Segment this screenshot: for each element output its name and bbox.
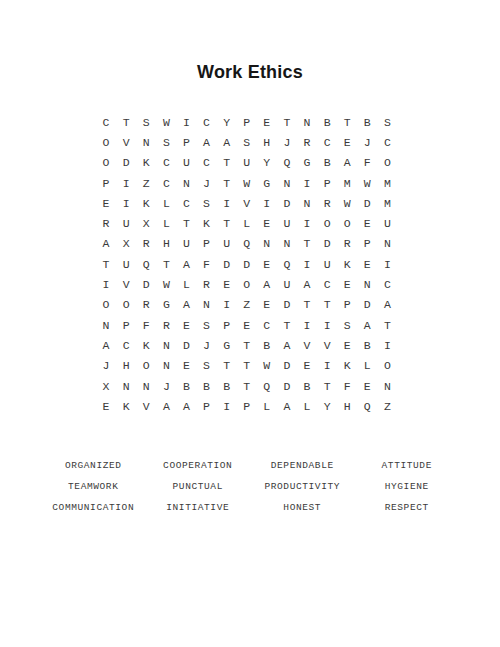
- grid-cell: P: [357, 234, 377, 254]
- grid-cell: D: [357, 295, 377, 315]
- grid-cell: E: [337, 335, 357, 355]
- grid-cell: I: [297, 213, 317, 233]
- grid-cell: D: [136, 274, 156, 294]
- grid-cell: R: [136, 295, 156, 315]
- grid-cell: W: [357, 173, 377, 193]
- grid-cell: R: [317, 193, 337, 213]
- grid-cell: M: [377, 193, 397, 213]
- grid-cell: I: [96, 274, 116, 294]
- grid-cell: E: [357, 376, 377, 396]
- grid-cell: L: [297, 396, 317, 416]
- grid-cell: U: [116, 213, 136, 233]
- grid-cell: Y: [317, 396, 337, 416]
- grid-cell: N: [96, 315, 116, 335]
- grid-cell: T: [337, 112, 357, 132]
- grid-cell: C: [96, 112, 116, 132]
- grid-cell: E: [96, 396, 116, 416]
- grid-cell: L: [156, 193, 176, 213]
- grid-cell: C: [257, 315, 277, 335]
- grid-cell: Z: [237, 295, 257, 315]
- grid-cell: A: [96, 234, 116, 254]
- grid-cell: O: [317, 213, 337, 233]
- grid-cell: V: [317, 335, 337, 355]
- grid-cell: W: [156, 112, 176, 132]
- grid-cell: V: [116, 132, 136, 152]
- grid-cell: D: [357, 193, 377, 213]
- word-list-item: INITIATIVE: [146, 497, 251, 518]
- grid-cell: B: [176, 376, 196, 396]
- grid-cell: J: [196, 173, 216, 193]
- grid-cell: N: [297, 193, 317, 213]
- grid-cell: T: [176, 213, 196, 233]
- grid-cell: E: [217, 274, 237, 294]
- grid-cell: T: [156, 254, 176, 274]
- grid-cell: I: [116, 193, 136, 213]
- grid-cell: G: [297, 153, 317, 173]
- grid-cell: D: [176, 335, 196, 355]
- grid-cell: B: [357, 335, 377, 355]
- grid-cell: H: [116, 356, 136, 376]
- grid-cell: P: [337, 295, 357, 315]
- grid-cell: R: [136, 234, 156, 254]
- grid-cell: C: [317, 132, 337, 152]
- grid-cell: V: [297, 335, 317, 355]
- grid-cell: Z: [377, 396, 397, 416]
- grid-cell: B: [297, 376, 317, 396]
- grid-cell: D: [237, 254, 257, 274]
- grid-cell: E: [257, 112, 277, 132]
- grid-cell: K: [136, 193, 156, 213]
- grid-cell: K: [116, 396, 136, 416]
- grid-cell: J: [357, 132, 377, 152]
- word-list-item: TEAMWORK: [41, 476, 146, 497]
- grid-cell: G: [156, 295, 176, 315]
- grid-cell: T: [116, 112, 136, 132]
- grid-cell: X: [96, 376, 116, 396]
- grid-cell: Y: [257, 153, 277, 173]
- grid-cell: Q: [357, 396, 377, 416]
- grid-cell: T: [237, 356, 257, 376]
- grid-cell: P: [116, 315, 136, 335]
- grid-cell: T: [217, 173, 237, 193]
- grid-cell: N: [196, 295, 216, 315]
- grid-cell: N: [136, 376, 156, 396]
- grid-cell: A: [377, 295, 397, 315]
- grid-cell: J: [96, 356, 116, 376]
- grid-cell: N: [116, 376, 136, 396]
- grid-cell: T: [377, 315, 397, 335]
- grid-cell: F: [196, 254, 216, 274]
- grid-cell: I: [377, 254, 397, 274]
- grid-cell: Q: [237, 234, 257, 254]
- grid-cell: T: [317, 295, 337, 315]
- grid-cell: E: [96, 193, 116, 213]
- grid-cell: A: [156, 396, 176, 416]
- grid-cell: W: [156, 274, 176, 294]
- grid-cell: B: [317, 153, 337, 173]
- grid-cell: S: [196, 193, 216, 213]
- grid-cell: J: [156, 376, 176, 396]
- grid-cell: U: [176, 153, 196, 173]
- grid-cell: D: [277, 356, 297, 376]
- grid-cell: N: [357, 274, 377, 294]
- grid-cell: P: [237, 112, 257, 132]
- grid-cell: N: [136, 132, 156, 152]
- grid-cell: I: [116, 173, 136, 193]
- grid-cell: A: [257, 274, 277, 294]
- grid-cell: C: [156, 173, 176, 193]
- grid-cell: L: [357, 356, 377, 376]
- grid-cell: P: [176, 132, 196, 152]
- grid-cell: I: [176, 112, 196, 132]
- grid-cell: H: [257, 132, 277, 152]
- grid-cell: T: [237, 376, 257, 396]
- grid-cell: Q: [277, 254, 297, 274]
- grid-cell: R: [156, 315, 176, 335]
- grid-cell: O: [96, 295, 116, 315]
- grid-cell: I: [217, 396, 237, 416]
- grid-cell: L: [176, 274, 196, 294]
- grid-cell: A: [96, 335, 116, 355]
- word-list: ORGANIZEDCOOPERATIONDEPENDABLEATTITUDETE…: [41, 455, 459, 518]
- grid-cell: I: [377, 335, 397, 355]
- grid-cell: P: [237, 396, 257, 416]
- word-list-item: PRODUCTIVITY: [250, 476, 355, 497]
- grid-cell: B: [217, 376, 237, 396]
- grid-cell: I: [217, 295, 237, 315]
- grid-cell: V: [136, 396, 156, 416]
- grid-cell: O: [96, 132, 116, 152]
- grid-cell: A: [176, 254, 196, 274]
- grid-cell: Q: [136, 254, 156, 274]
- grid-cell: O: [377, 356, 397, 376]
- grid-cell: O: [136, 356, 156, 376]
- grid-cell: N: [156, 356, 176, 376]
- grid-cell: N: [377, 376, 397, 396]
- grid-cell: I: [217, 193, 237, 213]
- grid-cell: D: [277, 376, 297, 396]
- grid-cell: F: [337, 376, 357, 396]
- grid-cell: T: [237, 335, 257, 355]
- grid-cell: D: [277, 193, 297, 213]
- grid-cell: R: [196, 274, 216, 294]
- grid-cell: C: [156, 153, 176, 173]
- grid-cell: S: [196, 356, 216, 376]
- word-list-item: COOPERATION: [146, 455, 251, 476]
- grid-cell: P: [217, 315, 237, 335]
- grid-cell: E: [257, 213, 277, 233]
- grid-cell: E: [297, 356, 317, 376]
- grid-cell: D: [217, 254, 237, 274]
- grid-cell: P: [196, 396, 216, 416]
- word-list-item: ORGANIZED: [41, 455, 146, 476]
- grid-cell: N: [277, 173, 297, 193]
- grid-cell: I: [297, 254, 317, 274]
- word-list-item: PUNCTUAL: [146, 476, 251, 497]
- grid-cell: I: [297, 173, 317, 193]
- page-title: Work Ethics: [0, 62, 500, 83]
- grid-cell: C: [196, 153, 216, 173]
- grid-cell: F: [136, 315, 156, 335]
- grid-cell: N: [176, 173, 196, 193]
- grid-cell: U: [217, 234, 237, 254]
- grid-cell: U: [237, 153, 257, 173]
- grid-cell: U: [317, 254, 337, 274]
- grid-cell: Z: [136, 173, 156, 193]
- grid-cell: G: [217, 335, 237, 355]
- grid-cell: I: [257, 193, 277, 213]
- grid-cell: E: [176, 356, 196, 376]
- grid-cell: C: [196, 112, 216, 132]
- grid-cell: P: [96, 173, 116, 193]
- grid-cell: A: [337, 153, 357, 173]
- grid-cell: B: [317, 112, 337, 132]
- grid-cell: M: [337, 173, 357, 193]
- grid-cell: C: [377, 132, 397, 152]
- grid-cell: O: [377, 153, 397, 173]
- grid-cell: K: [136, 335, 156, 355]
- grid-cell: C: [317, 274, 337, 294]
- grid-cell: C: [116, 335, 136, 355]
- grid-cell: A: [196, 132, 216, 152]
- grid-cell: T: [297, 295, 317, 315]
- grid-cell: C: [377, 274, 397, 294]
- grid-cell: L: [237, 213, 257, 233]
- grid-cell: N: [377, 234, 397, 254]
- grid-cell: H: [337, 396, 357, 416]
- grid-cell: L: [156, 213, 176, 233]
- grid-cell: T: [217, 356, 237, 376]
- grid-cell: U: [116, 254, 136, 274]
- grid-cell: N: [257, 234, 277, 254]
- grid-cell: I: [317, 356, 337, 376]
- grid-cell: K: [196, 213, 216, 233]
- grid-cell: T: [297, 234, 317, 254]
- grid-cell: K: [136, 153, 156, 173]
- grid-cell: S: [237, 132, 257, 152]
- grid-cell: S: [337, 315, 357, 335]
- grid-cell: S: [136, 112, 156, 132]
- grid-cell: R: [337, 234, 357, 254]
- grid-cell: P: [196, 234, 216, 254]
- grid-cell: I: [297, 315, 317, 335]
- grid-cell: U: [176, 234, 196, 254]
- grid-cell: J: [196, 335, 216, 355]
- grid-cell: E: [337, 132, 357, 152]
- grid-cell: W: [237, 173, 257, 193]
- grid-cell: T: [277, 112, 297, 132]
- grid-cell: A: [277, 335, 297, 355]
- grid-cell: F: [357, 153, 377, 173]
- grid-cell: N: [156, 335, 176, 355]
- grid-cell: K: [337, 254, 357, 274]
- grid-cell: B: [257, 335, 277, 355]
- grid-cell: G: [257, 173, 277, 193]
- grid-cell: W: [257, 356, 277, 376]
- grid-cell: U: [277, 274, 297, 294]
- grid-cell: Q: [277, 153, 297, 173]
- grid-cell: M: [377, 173, 397, 193]
- grid-cell: E: [357, 213, 377, 233]
- grid-cell: E: [357, 254, 377, 274]
- grid-cell: T: [217, 213, 237, 233]
- grid-cell: S: [196, 315, 216, 335]
- grid-cell: N: [277, 234, 297, 254]
- grid-cell: K: [337, 356, 357, 376]
- word-list-item: HYGIENE: [355, 476, 460, 497]
- grid-cell: B: [357, 112, 377, 132]
- word-search-grid: CTSWICYPETNBTBSOVNSPAASHJRCEJCODKCUCTUYQ…: [96, 112, 397, 416]
- grid-cell: P: [317, 173, 337, 193]
- grid-cell: D: [277, 295, 297, 315]
- grid-cell: O: [337, 213, 357, 233]
- grid-cell: O: [237, 274, 257, 294]
- grid-cell: L: [257, 396, 277, 416]
- grid-cell: S: [377, 112, 397, 132]
- grid-cell: A: [357, 315, 377, 335]
- grid-cell: A: [277, 396, 297, 416]
- grid-cell: V: [237, 193, 257, 213]
- grid-cell: E: [176, 315, 196, 335]
- grid-cell: R: [297, 132, 317, 152]
- word-list-item: HONEST: [250, 497, 355, 518]
- grid-cell: C: [176, 193, 196, 213]
- grid-cell: A: [217, 132, 237, 152]
- grid-cell: T: [217, 153, 237, 173]
- grid-cell: W: [337, 193, 357, 213]
- grid-cell: S: [156, 132, 176, 152]
- word-list-item: ATTITUDE: [355, 455, 460, 476]
- word-list-item: RESPECT: [355, 497, 460, 518]
- grid-cell: E: [257, 254, 277, 274]
- grid-cell: N: [297, 112, 317, 132]
- grid-cell: I: [317, 315, 337, 335]
- word-list-item: DEPENDABLE: [250, 455, 355, 476]
- grid-cell: T: [96, 254, 116, 274]
- grid-cell: A: [176, 295, 196, 315]
- word-list-item: COMMUNICATION: [41, 497, 146, 518]
- grid-cell: U: [377, 213, 397, 233]
- grid-cell: X: [116, 234, 136, 254]
- grid-cell: O: [116, 295, 136, 315]
- grid-cell: U: [277, 213, 297, 233]
- grid-cell: B: [196, 376, 216, 396]
- grid-cell: A: [176, 396, 196, 416]
- grid-cell: E: [257, 295, 277, 315]
- grid-cell: T: [277, 315, 297, 335]
- grid-cell: J: [277, 132, 297, 152]
- grid-cell: A: [297, 274, 317, 294]
- grid-cell: Q: [257, 376, 277, 396]
- grid-cell: D: [317, 234, 337, 254]
- grid-cell: E: [337, 274, 357, 294]
- grid-cell: T: [317, 376, 337, 396]
- grid-cell: E: [237, 315, 257, 335]
- grid-cell: X: [136, 213, 156, 233]
- grid-cell: R: [96, 213, 116, 233]
- grid-cell: V: [116, 274, 136, 294]
- grid-cell: H: [156, 234, 176, 254]
- grid-cell: O: [96, 153, 116, 173]
- grid-cell: Y: [217, 112, 237, 132]
- grid-cell: D: [116, 153, 136, 173]
